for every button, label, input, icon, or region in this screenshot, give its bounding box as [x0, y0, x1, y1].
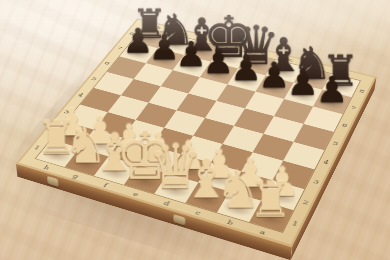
- clasp-right-icon: [173, 214, 185, 226]
- piece-white-rook[interactable]: ♜: [248, 175, 292, 224]
- rank-label-1-right: 1: [291, 219, 300, 227]
- clasp-left-icon: [47, 176, 59, 187]
- rank-label-4-left: 4: [77, 92, 85, 98]
- square-a1[interactable]: ♜: [249, 201, 293, 232]
- file-label-f-bottom: f: [102, 181, 109, 188]
- scene: ♜♞♝♚♛♝♞♜♟♟♟♟♟♟♟♟♟♟♟♟♟♟♟♟♜♞♝♚♛♝♞♜ hgfedcb…: [0, 0, 390, 260]
- rank-label-6-left: 6: [103, 60, 111, 66]
- file-label-h-bottom: h: [42, 164, 51, 171]
- rank-label-7-right: 7: [350, 104, 357, 110]
- rank-label-6-right: 6: [341, 121, 349, 127]
- board-scene: ♜♞♝♚♛♝♞♜♟♟♟♟♟♟♟♟♟♟♟♟♟♟♟♟♜♞♝♚♛♝♞♜ hgfedcb…: [0, 0, 390, 260]
- file-label-a-bottom: a: [259, 228, 268, 236]
- rank-label-8-right: 8: [359, 88, 366, 94]
- piece-black-pawn[interactable]: ♟: [258, 57, 290, 93]
- piece-black-pawn[interactable]: ♟: [315, 72, 348, 108]
- file-label-g-bottom: g: [71, 172, 80, 179]
- piece-black-pawn[interactable]: ♟: [202, 44, 234, 79]
- rank-label-3-right: 3: [312, 178, 320, 185]
- piece-black-pawn[interactable]: ♟: [230, 50, 262, 85]
- piece-black-pawn[interactable]: ♟: [286, 64, 318, 100]
- chessboard: ♜♞♝♚♛♝♞♜♟♟♟♟♟♟♟♟♟♟♟♟♟♟♟♟♜♞♝♚♛♝♞♜ hgfedcb…: [16, 18, 376, 246]
- rank-label-4-right: 4: [322, 158, 330, 165]
- rank-label-5-right: 5: [332, 139, 340, 146]
- file-label-b-bottom: b: [226, 218, 235, 226]
- file-label-c-bottom: c: [194, 209, 202, 217]
- rank-label-2-right: 2: [302, 198, 310, 206]
- rank-label-5-left: 5: [90, 75, 98, 81]
- file-label-d-bottom: d: [162, 199, 171, 207]
- file-label-e-bottom: e: [132, 190, 141, 197]
